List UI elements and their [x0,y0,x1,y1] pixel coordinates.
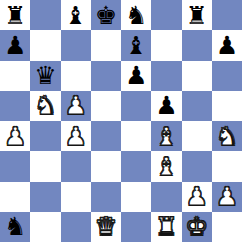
square-e8[interactable]: ♞ [121,0,151,30]
piece-white-pawn[interactable]: ♟ [4,124,26,149]
square-e6[interactable]: ♟ [121,61,151,91]
square-g7[interactable] [182,30,212,60]
square-a1[interactable]: ♞ [0,212,30,242]
piece-black-pawn[interactable]: ♟ [155,93,177,118]
piece-white-bishop[interactable]: ♝ [155,154,177,179]
square-f4[interactable]: ♝ [151,121,181,151]
square-f2[interactable] [151,182,181,212]
square-d1[interactable]: ♛ [91,212,121,242]
piece-black-pawn[interactable]: ♟ [216,33,238,58]
square-d6[interactable] [91,61,121,91]
piece-black-rook[interactable]: ♜ [4,3,26,28]
square-g2[interactable]: ♟ [182,182,212,212]
square-g1[interactable]: ♚ [182,212,212,242]
piece-black-king[interactable]: ♚ [95,3,117,28]
square-d3[interactable] [91,151,121,181]
square-g8[interactable]: ♜ [182,0,212,30]
square-a8[interactable]: ♜ [0,0,30,30]
square-h7[interactable]: ♟ [212,30,242,60]
square-g6[interactable] [182,61,212,91]
square-g4[interactable] [182,121,212,151]
piece-black-queen[interactable]: ♛ [34,63,56,88]
square-e2[interactable] [121,182,151,212]
square-d4[interactable] [91,121,121,151]
square-f3[interactable]: ♝ [151,151,181,181]
chess-board: ♜♝♚♞♜♟♝♟♛♟♞♟♟♟♟♝♞♝♟♟♞♛♜♚ [0,0,242,242]
square-c8[interactable]: ♝ [61,0,91,30]
piece-white-bishop[interactable]: ♝ [155,124,177,149]
piece-white-rook[interactable]: ♜ [155,214,177,239]
square-h8[interactable] [212,0,242,30]
square-a3[interactable] [0,151,30,181]
square-a6[interactable] [0,61,30,91]
square-e3[interactable] [121,151,151,181]
square-e5[interactable] [121,91,151,121]
square-b3[interactable] [30,151,60,181]
square-d2[interactable] [91,182,121,212]
square-b5[interactable]: ♞ [30,91,60,121]
piece-black-bishop[interactable]: ♝ [64,3,86,28]
square-e4[interactable] [121,121,151,151]
square-h6[interactable] [212,61,242,91]
piece-white-knight[interactable]: ♞ [216,124,238,149]
square-g3[interactable] [182,151,212,181]
square-h1[interactable] [212,212,242,242]
square-c1[interactable] [61,212,91,242]
square-f1[interactable]: ♜ [151,212,181,242]
square-h2[interactable]: ♟ [212,182,242,212]
square-c7[interactable] [61,30,91,60]
piece-black-pawn[interactable]: ♟ [4,33,26,58]
square-c2[interactable] [61,182,91,212]
square-b4[interactable] [30,121,60,151]
square-h3[interactable] [212,151,242,181]
square-b7[interactable] [30,30,60,60]
piece-white-pawn[interactable]: ♟ [216,184,238,209]
square-a5[interactable] [0,91,30,121]
square-b8[interactable] [30,0,60,30]
piece-black-knight[interactable]: ♞ [4,214,26,239]
square-f7[interactable] [151,30,181,60]
square-c4[interactable]: ♟ [61,121,91,151]
piece-white-knight[interactable]: ♞ [34,93,56,118]
piece-black-pawn[interactable]: ♟ [125,63,147,88]
square-f8[interactable] [151,0,181,30]
square-e1[interactable] [121,212,151,242]
square-c6[interactable] [61,61,91,91]
square-b6[interactable]: ♛ [30,61,60,91]
square-a7[interactable]: ♟ [0,30,30,60]
piece-white-pawn[interactable]: ♟ [185,184,207,209]
square-g5[interactable] [182,91,212,121]
piece-black-bishop[interactable]: ♝ [125,33,147,58]
square-b1[interactable] [30,212,60,242]
square-d5[interactable] [91,91,121,121]
piece-white-pawn[interactable]: ♟ [64,93,86,118]
square-a4[interactable]: ♟ [0,121,30,151]
piece-white-king[interactable]: ♚ [185,214,207,239]
piece-white-pawn[interactable]: ♟ [64,124,86,149]
piece-white-queen[interactable]: ♛ [95,214,117,239]
piece-black-rook[interactable]: ♜ [185,3,207,28]
square-e7[interactable]: ♝ [121,30,151,60]
square-h5[interactable] [212,91,242,121]
square-h4[interactable]: ♞ [212,121,242,151]
square-a2[interactable] [0,182,30,212]
square-f6[interactable] [151,61,181,91]
square-c5[interactable]: ♟ [61,91,91,121]
square-d7[interactable] [91,30,121,60]
square-f5[interactable]: ♟ [151,91,181,121]
square-b2[interactable] [30,182,60,212]
square-d8[interactable]: ♚ [91,0,121,30]
square-c3[interactable] [61,151,91,181]
piece-black-knight[interactable]: ♞ [125,3,147,28]
